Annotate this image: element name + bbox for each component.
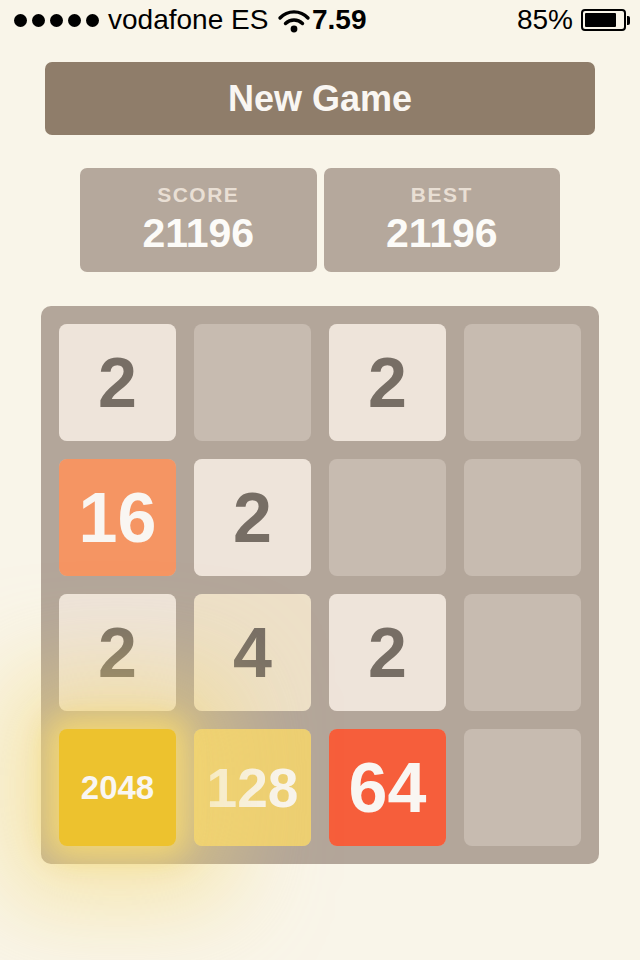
score-label: SCORE (80, 183, 317, 207)
cell-r4c3: 64 (329, 729, 446, 846)
cell-r3c4 (464, 594, 581, 711)
tile-2048: 2048 (59, 729, 176, 846)
best-value: 21196 (324, 210, 561, 257)
tile-2: 2 (59, 324, 176, 441)
signal-strength-icon (14, 14, 99, 27)
tile-2: 2 (59, 594, 176, 711)
cell-r3c1: 2 (59, 594, 176, 711)
cell-r1c1: 2 (59, 324, 176, 441)
wifi-icon (277, 9, 311, 33)
signal-dot (32, 14, 45, 27)
best-box: BEST 21196 (324, 168, 561, 272)
clock: 7.59 (312, 0, 367, 40)
signal-dot (68, 14, 81, 27)
cell-r4c2: 128 (194, 729, 311, 846)
battery-icon (581, 9, 630, 31)
score-value: 21196 (80, 210, 317, 257)
cell-r1c3: 2 (329, 324, 446, 441)
cell-r1c2 (194, 324, 311, 441)
tile-4: 4 (194, 594, 311, 711)
signal-dot (50, 14, 63, 27)
tile-2: 2 (329, 324, 446, 441)
cell-r2c2: 2 (194, 459, 311, 576)
cell-r4c1: 2048 (59, 729, 176, 846)
carrier-label: vodafone ES (108, 4, 268, 36)
best-label: BEST (324, 183, 561, 207)
tile-2: 2 (329, 594, 446, 711)
score-panel: SCORE 21196 BEST 21196 (80, 168, 560, 272)
cell-r4c4 (464, 729, 581, 846)
signal-dot (14, 14, 27, 27)
cell-r3c3: 2 (329, 594, 446, 711)
tile-64: 64 (329, 729, 446, 846)
new-game-button[interactable]: New Game (45, 62, 595, 135)
battery-percent: 85% (517, 4, 573, 36)
tile-128: 128 (194, 729, 311, 846)
cell-r3c2: 4 (194, 594, 311, 711)
cell-r2c1: 16 (59, 459, 176, 576)
cell-r2c4 (464, 459, 581, 576)
cell-r1c4 (464, 324, 581, 441)
tile-16: 16 (59, 459, 176, 576)
cell-r2c3 (329, 459, 446, 576)
board[interactable]: 22162242204812864 (41, 306, 599, 864)
tile-2: 2 (194, 459, 311, 576)
signal-dot (86, 14, 99, 27)
status-bar: vodafone ES 7.59 85% (0, 0, 640, 40)
score-box: SCORE 21196 (80, 168, 317, 272)
